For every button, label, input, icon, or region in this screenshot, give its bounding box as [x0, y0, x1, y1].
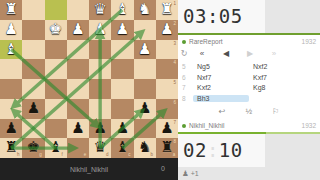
- square-c5[interactable]: [111, 79, 133, 99]
- square-d6[interactable]: [89, 99, 111, 119]
- black-pawn-g6: ♟: [22, 99, 44, 119]
- square-f4[interactable]: [45, 59, 67, 79]
- white-pawn-e2: ♟: [67, 20, 89, 40]
- square-d4[interactable]: [89, 59, 111, 79]
- flip-board-icon[interactable]: ↻: [178, 48, 190, 60]
- game-actions-bar: ↩½⚐: [178, 105, 320, 119]
- chess-app: ♜♛♝♞♜♟♚♟♟♟♟♝♟♟♟♟♟♟♟♟♜♚♝♛♝♞♜12345678hgfed…: [0, 0, 320, 180]
- square-g8[interactable]: ♚: [22, 138, 44, 158]
- black-clock-minutes: 02: [183, 139, 207, 161]
- black-move-5[interactable]: Nxf2: [249, 63, 320, 70]
- square-h3[interactable]: ♝: [0, 40, 22, 60]
- black-pawn-h7: ♟: [0, 119, 22, 139]
- white-move-6[interactable]: Nxf7: [193, 74, 249, 81]
- resign-icon[interactable]: ⚐: [272, 105, 279, 119]
- white-move-8[interactable]: Bh3: [193, 95, 249, 102]
- square-c1[interactable]: ♝: [111, 0, 133, 20]
- white-player-row: RareReport 1932: [178, 35, 320, 48]
- black-knight-b8: ♞: [134, 138, 156, 158]
- white-pawn-b3: ♟: [134, 40, 156, 60]
- square-f1[interactable]: [45, 0, 67, 20]
- square-c4[interactable]: [111, 59, 133, 79]
- square-e4[interactable]: [67, 59, 89, 79]
- online-dot: [182, 40, 186, 44]
- square-b2[interactable]: [134, 20, 156, 40]
- square-e1[interactable]: [67, 0, 89, 20]
- black-move-7[interactable]: Kg8: [249, 84, 320, 91]
- square-d3[interactable]: [89, 40, 111, 60]
- move-number: 6: [180, 74, 193, 81]
- move-list: 5Ng5Nxf26Nxf7Kxf77Kxf2Kg88Bh3: [178, 60, 320, 105]
- square-h2[interactable]: ♟: [0, 20, 22, 40]
- square-h7[interactable]: ♟: [0, 119, 22, 139]
- bottom-clock-row: 02:10: [178, 134, 320, 167]
- square-g5[interactable]: [22, 79, 44, 99]
- square-g4[interactable]: [22, 59, 44, 79]
- move-number: 8: [180, 95, 193, 102]
- board-player-score: 0: [161, 165, 165, 172]
- white-move-7[interactable]: Kxf2: [193, 84, 249, 91]
- white-bishop-h3: ♝: [0, 40, 22, 60]
- white-pawn-d2: ♟: [89, 20, 111, 40]
- square-h4[interactable]: [0, 59, 22, 79]
- square-f8[interactable]: ♝: [45, 138, 67, 158]
- square-e7[interactable]: ♟: [67, 119, 89, 139]
- square-d1[interactable]: ♛: [89, 0, 111, 20]
- square-e2[interactable]: ♟: [67, 20, 89, 40]
- square-e6[interactable]: [67, 99, 89, 119]
- next-move-icon[interactable]: ▶: [238, 48, 262, 60]
- square-e8[interactable]: [67, 138, 89, 158]
- top-clock-filler: [265, 0, 320, 33]
- square-a6[interactable]: [156, 99, 178, 119]
- white-pawn-c2: ♟: [111, 20, 133, 40]
- move-row-8: 8Bh3: [180, 93, 320, 104]
- white-pawn-a2: ♟: [156, 20, 178, 40]
- black-pawn-c7: ♟: [111, 119, 133, 139]
- captured-pawn-icon: ♟: [182, 169, 189, 178]
- black-player-rating: 1932: [302, 122, 316, 129]
- white-king-f2: ♚: [45, 20, 67, 40]
- square-b4[interactable]: [134, 59, 156, 79]
- top-clock-row: 03:05: [178, 0, 320, 33]
- square-f3[interactable]: [45, 40, 67, 60]
- move-number: 5: [180, 63, 193, 70]
- square-a5[interactable]: [156, 79, 178, 99]
- move-number: 7: [180, 84, 193, 91]
- square-c6[interactable]: [111, 99, 133, 119]
- square-b7[interactable]: [134, 119, 156, 139]
- square-a2[interactable]: ♟: [156, 20, 178, 40]
- square-a7[interactable]: ♟: [156, 119, 178, 139]
- square-g6[interactable]: ♟: [22, 99, 44, 119]
- square-a4[interactable]: [156, 59, 178, 79]
- black-move-6[interactable]: Kxf7: [249, 74, 320, 81]
- square-f2[interactable]: ♚: [45, 20, 67, 40]
- black-player-row: Nikhil_Nikhil 1932: [178, 119, 320, 132]
- square-g1[interactable]: [22, 0, 44, 20]
- black-player-name: Nikhil_Nikhil: [189, 122, 224, 129]
- first-move-icon[interactable]: «: [190, 48, 214, 60]
- white-player-rating: 1932: [302, 38, 316, 45]
- square-g2[interactable]: [22, 20, 44, 40]
- board-column: ♜♛♝♞♜♟♚♟♟♟♟♝♟♟♟♟♟♟♟♟♜♚♝♛♝♞♜12345678hgfed…: [0, 0, 178, 180]
- square-f7[interactable]: [45, 119, 67, 139]
- square-h6[interactable]: [0, 99, 22, 119]
- square-a8[interactable]: ♜: [156, 138, 178, 158]
- chess-board[interactable]: ♜♛♝♞♜♟♚♟♟♟♟♝♟♟♟♟♟♟♟♟♜♚♝♛♝♞♜12345678hgfed…: [0, 0, 178, 158]
- square-c7[interactable]: ♟: [111, 119, 133, 139]
- previous-move-icon[interactable]: ◀: [214, 48, 238, 60]
- square-d2[interactable]: ♟: [89, 20, 111, 40]
- square-b3[interactable]: ♟: [134, 40, 156, 60]
- black-queen-d8: ♛: [89, 138, 111, 158]
- black-rook-h8: ♜: [0, 138, 22, 158]
- square-b6[interactable]: ♟: [134, 99, 156, 119]
- white-player-name: RareReport: [189, 38, 223, 45]
- square-h5[interactable]: [0, 79, 22, 99]
- square-g7[interactable]: [22, 119, 44, 139]
- white-queen-d1: ♛: [89, 0, 111, 20]
- square-b1[interactable]: ♞: [134, 0, 156, 20]
- black-pawn-d7: ♟: [89, 119, 111, 139]
- square-d8[interactable]: ♛: [89, 138, 111, 158]
- takeback-icon[interactable]: ↩: [219, 105, 226, 119]
- move-row-5: 5Ng5Nxf2: [180, 61, 320, 72]
- board-player-bar: Nikhil_Nikhil 0: [0, 158, 178, 180]
- square-f5[interactable]: [45, 79, 67, 99]
- square-h1[interactable]: ♜: [0, 0, 22, 20]
- square-e5[interactable]: [67, 79, 89, 99]
- square-f6[interactable]: [45, 99, 67, 119]
- side-panel: 03:05 RareReport 1932 ↻«◀▶» 5Ng5Nxf26Nxf…: [178, 0, 320, 180]
- black-pawn-a7: ♟: [156, 119, 178, 139]
- black-bishop-f8: ♝: [45, 138, 67, 158]
- bottom-clock-filler: [265, 134, 320, 167]
- board-player-name: Nikhil_Nikhil: [70, 166, 108, 173]
- square-e3[interactable]: [67, 40, 89, 60]
- black-king-g8: ♚: [22, 138, 44, 158]
- white-bishop-c1: ♝: [111, 0, 133, 20]
- square-a3[interactable]: [156, 40, 178, 60]
- material-advantage: +1: [191, 170, 199, 177]
- square-d7[interactable]: ♟: [89, 119, 111, 139]
- square-g3[interactable]: [22, 40, 44, 60]
- white-knight-b1: ♞: [134, 0, 156, 20]
- square-b8[interactable]: ♞: [134, 138, 156, 158]
- black-rook-a8: ♜: [156, 138, 178, 158]
- black-bishop-c8: ♝: [111, 138, 133, 158]
- black-pawn-b6: ♟: [134, 99, 156, 119]
- white-pawn-h2: ♟: [0, 20, 22, 40]
- online-dot: [182, 124, 186, 128]
- square-h8[interactable]: ♜: [0, 138, 22, 158]
- last-move-icon[interactable]: »: [262, 48, 286, 60]
- offer-draw-icon[interactable]: ½: [245, 105, 252, 119]
- move-nav-bar: ↻«◀▶»: [178, 48, 320, 60]
- black-clock: 02:10: [178, 134, 265, 167]
- square-d5[interactable]: [89, 79, 111, 99]
- black-clock-seconds: 10: [219, 139, 243, 161]
- black-pawn-e7: ♟: [67, 119, 89, 139]
- clock-colon: :: [207, 139, 219, 161]
- move-row-6: 6Nxf7Kxf7: [180, 72, 320, 83]
- material-row: ♟ +1: [178, 167, 320, 180]
- white-rook-a1: ♜: [156, 0, 178, 20]
- square-c2[interactable]: ♟: [111, 20, 133, 40]
- white-rook-h1: ♜: [0, 0, 22, 20]
- square-b5[interactable]: [134, 79, 156, 99]
- square-c8[interactable]: ♝: [111, 138, 133, 158]
- square-a1[interactable]: ♜: [156, 0, 178, 20]
- white-clock: 03:05: [178, 0, 265, 33]
- square-c3[interactable]: [111, 40, 133, 60]
- move-row-7: 7Kxf2Kg8: [180, 82, 320, 93]
- white-move-5[interactable]: Ng5: [193, 63, 249, 70]
